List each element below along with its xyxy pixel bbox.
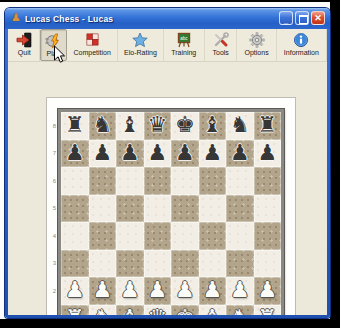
square-f7[interactable]: ♟: [199, 140, 227, 168]
square-h2[interactable]: ♟: [254, 277, 282, 305]
square-f4[interactable]: [199, 222, 227, 250]
square-f3[interactable]: [199, 250, 227, 278]
black-queen: ♛: [147, 112, 167, 138]
toolbar-button-label: Play: [47, 49, 61, 58]
square-a4[interactable]: [61, 222, 89, 250]
white-pawn: ♟: [257, 277, 277, 303]
minimize-button[interactable]: _: [279, 11, 293, 25]
white-pawn: ♟: [147, 277, 167, 303]
square-c2[interactable]: ♟: [116, 277, 144, 305]
black-king: ♚: [175, 112, 195, 138]
close-button[interactable]: ✕: [311, 11, 325, 25]
black-pawn: ♟: [230, 140, 250, 166]
toolbar-button-label: Quit: [18, 48, 31, 57]
square-b1[interactable]: ♞: [89, 305, 117, 316]
square-f5[interactable]: [199, 195, 227, 223]
lucas-chess-window: ♟ Lucas Chess - Lucas _ ✕ QuitPlayCompet…: [5, 8, 330, 318]
maximize-button[interactable]: [295, 11, 309, 25]
square-c1[interactable]: ♝: [116, 305, 144, 316]
elo-rating-star-icon: [132, 31, 148, 48]
information-icon: [293, 31, 309, 48]
square-f6[interactable]: [199, 167, 227, 195]
rank-label-3: 3: [49, 250, 56, 278]
square-b2[interactable]: ♟: [89, 277, 117, 305]
black-pawn: ♟: [202, 140, 222, 166]
chess-board[interactable]: ♜♞♝♛♚♝♞♜♟♟♟♟♟♟♟♟♟♟♟♟♟♟♟♟♜♞♝♛♚♝♞♜: [61, 112, 281, 315]
options-button[interactable]: Options: [237, 29, 276, 61]
square-f2[interactable]: ♟: [199, 277, 227, 305]
square-c4[interactable]: [116, 222, 144, 250]
training-chalkboard-icon: abc: [176, 31, 192, 48]
square-c8[interactable]: ♝: [116, 112, 144, 140]
square-h5[interactable]: [254, 195, 282, 223]
quit-exit-icon: [16, 31, 32, 48]
rank-label-8: 8: [49, 112, 56, 140]
square-e6[interactable]: [171, 167, 199, 195]
toolbar-button-label: Information: [284, 48, 319, 57]
window-body: QuitPlayCompetitionElo-RatingabcTraining…: [8, 29, 327, 315]
square-c6[interactable]: [116, 167, 144, 195]
square-a8[interactable]: ♜: [61, 112, 89, 140]
square-a2[interactable]: ♟: [61, 277, 89, 305]
square-h1[interactable]: ♜: [254, 305, 282, 316]
square-e7[interactable]: ♟: [171, 140, 199, 168]
client-area: 87654321 ♜♞♝♛♚♝♞♜♟♟♟♟♟♟♟♟♟♟♟♟♟♟♟♟♜♞♝♛♚♝♞…: [8, 63, 327, 315]
black-rook: ♜: [257, 112, 277, 138]
elo-rating-button[interactable]: Elo-Rating: [118, 29, 163, 61]
white-pawn: ♟: [202, 277, 222, 303]
square-a7[interactable]: ♟: [61, 140, 89, 168]
square-d1[interactable]: ♛: [144, 305, 172, 316]
toolbar-button-label: Elo-Rating: [124, 48, 157, 57]
white-bishop: ♝: [202, 305, 222, 316]
white-king: ♚: [175, 305, 195, 316]
square-a3[interactable]: [61, 250, 89, 278]
square-g4[interactable]: [226, 222, 254, 250]
square-b6[interactable]: [89, 167, 117, 195]
white-pawn: ♟: [175, 277, 195, 303]
white-rook: ♜: [65, 305, 85, 316]
rank-labels: 87654321: [49, 112, 56, 315]
white-knight: ♞: [230, 305, 250, 316]
square-g7[interactable]: ♟: [226, 140, 254, 168]
square-b8[interactable]: ♞: [89, 112, 117, 140]
tools-crossed-icon: [213, 31, 229, 48]
square-g3[interactable]: [226, 250, 254, 278]
black-bishop: ♝: [202, 112, 222, 138]
square-c3[interactable]: [116, 250, 144, 278]
options-gear-icon: [249, 31, 265, 48]
window-title: Lucas Chess - Lucas: [25, 14, 113, 24]
square-g6[interactable]: [226, 167, 254, 195]
square-a5[interactable]: [61, 195, 89, 223]
white-pawn: ♟: [92, 277, 112, 303]
competition-button[interactable]: Competition: [67, 29, 118, 61]
square-d2[interactable]: ♟: [144, 277, 172, 305]
white-pawn: ♟: [230, 277, 250, 303]
square-e1[interactable]: ♚: [171, 305, 199, 316]
window-controls: _ ✕: [279, 11, 325, 25]
square-e5[interactable]: [171, 195, 199, 223]
black-bishop: ♝: [120, 112, 140, 138]
square-e8[interactable]: ♚: [171, 112, 199, 140]
svg-text:abc: abc: [180, 35, 188, 40]
black-knight: ♞: [230, 112, 250, 138]
square-d4[interactable]: [144, 222, 172, 250]
square-b4[interactable]: [89, 222, 117, 250]
square-d7[interactable]: ♟: [144, 140, 172, 168]
square-d6[interactable]: [144, 167, 172, 195]
rank-label-4: 4: [49, 222, 56, 250]
white-bishop: ♝: [120, 305, 140, 316]
board-frame: ♜♞♝♛♚♝♞♜♟♟♟♟♟♟♟♟♟♟♟♟♟♟♟♟♜♞♝♛♚♝♞♜: [58, 109, 284, 315]
toolbar-button-label: Tools: [212, 48, 228, 57]
toolbar-button-label: Options: [245, 48, 269, 57]
tools-button[interactable]: Tools: [205, 29, 237, 61]
white-pawn: ♟: [120, 277, 140, 303]
square-h8[interactable]: ♜: [254, 112, 282, 140]
white-rook: ♜: [257, 305, 277, 316]
black-rook: ♜: [65, 112, 85, 138]
square-h4[interactable]: [254, 222, 282, 250]
square-a6[interactable]: [61, 167, 89, 195]
toolbar: QuitPlayCompetitionElo-RatingabcTraining…: [8, 29, 327, 62]
rank-label-6: 6: [49, 167, 56, 195]
rank-label-1: 1: [49, 305, 56, 316]
square-f8[interactable]: ♝: [199, 112, 227, 140]
square-e3[interactable]: [171, 250, 199, 278]
rank-label-5: 5: [49, 195, 56, 223]
square-h3[interactable]: [254, 250, 282, 278]
square-h6[interactable]: [254, 167, 282, 195]
toolbar-button-label: Competition: [74, 48, 111, 57]
black-pawn: ♟: [120, 140, 140, 166]
square-b7[interactable]: ♟: [89, 140, 117, 168]
square-b5[interactable]: [89, 195, 117, 223]
square-d8[interactable]: ♛: [144, 112, 172, 140]
white-pawn: ♟: [65, 277, 85, 303]
square-g8[interactable]: ♞: [226, 112, 254, 140]
black-knight: ♞: [92, 112, 112, 138]
square-b3[interactable]: [89, 250, 117, 278]
rank-label-2: 2: [49, 277, 56, 305]
rank-label-7: 7: [49, 140, 56, 168]
square-d5[interactable]: [144, 195, 172, 223]
screenshot-root: { "app": { "title": "Lucas Chess - Lucas…: [0, 0, 340, 328]
square-h7[interactable]: ♟: [254, 140, 282, 168]
pawn-icon: ♟: [11, 12, 21, 23]
black-pawn: ♟: [175, 140, 195, 166]
play-button[interactable]: Play: [40, 29, 68, 61]
black-pawn: ♟: [65, 140, 85, 166]
square-g1[interactable]: ♞: [226, 305, 254, 316]
square-e2[interactable]: ♟: [171, 277, 199, 305]
black-pawn: ♟: [257, 140, 277, 166]
play-plug-lightning-icon: [45, 32, 61, 49]
white-knight: ♞: [92, 305, 112, 316]
black-pawn: ♟: [147, 140, 167, 166]
square-d3[interactable]: [144, 250, 172, 278]
square-a1[interactable]: ♜: [61, 305, 89, 316]
square-c7[interactable]: ♟: [116, 140, 144, 168]
training-button[interactable]: abcTraining: [164, 29, 205, 61]
black-pawn: ♟: [92, 140, 112, 166]
information-button[interactable]: Information: [277, 29, 327, 61]
white-queen: ♛: [147, 305, 167, 316]
square-g2[interactable]: ♟: [226, 277, 254, 305]
square-c5[interactable]: [116, 195, 144, 223]
board-panel: 87654321 ♜♞♝♛♚♝♞♜♟♟♟♟♟♟♟♟♟♟♟♟♟♟♟♟♜♞♝♛♚♝♞…: [46, 97, 296, 315]
square-f1[interactable]: ♝: [199, 305, 227, 316]
quit-button[interactable]: Quit: [10, 29, 40, 61]
toolbar-button-label: Training: [171, 48, 196, 57]
square-e4[interactable]: [171, 222, 199, 250]
competition-checkered-icon: [85, 31, 100, 48]
square-g5[interactable]: [226, 195, 254, 223]
